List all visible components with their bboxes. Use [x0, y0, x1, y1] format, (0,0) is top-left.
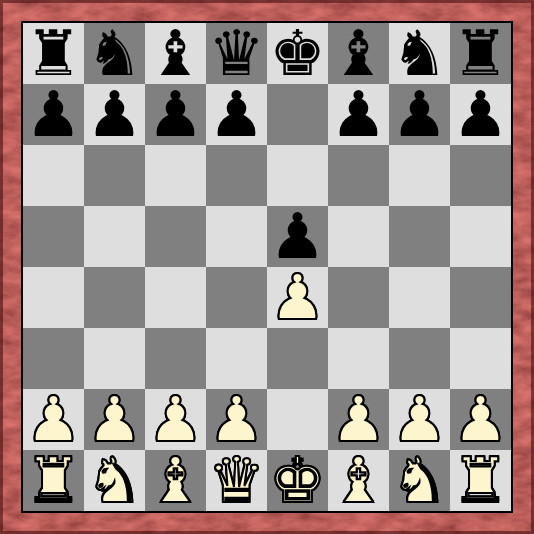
square-b4[interactable]: [84, 267, 145, 328]
square-a1[interactable]: ♜: [23, 450, 84, 511]
square-f1[interactable]: ♝: [328, 450, 389, 511]
piece-white-king[interactable]: ♚: [269, 450, 325, 511]
square-h3[interactable]: [450, 328, 511, 389]
piece-white-rook[interactable]: ♜: [25, 450, 81, 511]
square-a2[interactable]: ♟: [23, 389, 84, 450]
piece-black-knight[interactable]: ♞: [86, 23, 142, 84]
piece-black-pawn[interactable]: ♟: [330, 84, 386, 145]
piece-white-pawn[interactable]: ♟: [147, 389, 203, 450]
square-a3[interactable]: [23, 328, 84, 389]
piece-black-pawn[interactable]: ♟: [25, 84, 81, 145]
chess-window: ♜♞♝♛♚♝♞♜♟♟♟♟♟♟♟♟♟♟♟♟♟♟♟♟♜♞♝♛♚♝♞♜: [0, 0, 534, 534]
square-b5[interactable]: [84, 206, 145, 267]
square-f4[interactable]: [328, 267, 389, 328]
piece-black-rook[interactable]: ♜: [25, 23, 81, 84]
square-e2[interactable]: [267, 389, 328, 450]
piece-black-pawn[interactable]: ♟: [208, 84, 264, 145]
piece-white-rook[interactable]: ♜: [452, 450, 508, 511]
piece-white-knight[interactable]: ♞: [86, 450, 142, 511]
piece-white-pawn[interactable]: ♟: [208, 389, 264, 450]
piece-white-pawn[interactable]: ♟: [86, 389, 142, 450]
square-c6[interactable]: [145, 145, 206, 206]
square-b3[interactable]: [84, 328, 145, 389]
piece-black-pawn[interactable]: ♟: [391, 84, 447, 145]
square-b8[interactable]: ♞: [84, 23, 145, 84]
square-d2[interactable]: ♟: [206, 389, 267, 450]
square-d3[interactable]: [206, 328, 267, 389]
square-c8[interactable]: ♝: [145, 23, 206, 84]
square-g3[interactable]: [389, 328, 450, 389]
square-a7[interactable]: ♟: [23, 84, 84, 145]
square-h2[interactable]: ♟: [450, 389, 511, 450]
square-g2[interactable]: ♟: [389, 389, 450, 450]
square-h8[interactable]: ♜: [450, 23, 511, 84]
square-e5[interactable]: ♟: [267, 206, 328, 267]
piece-white-bishop[interactable]: ♝: [330, 450, 386, 511]
square-h7[interactable]: ♟: [450, 84, 511, 145]
piece-black-knight[interactable]: ♞: [391, 23, 447, 84]
square-h6[interactable]: [450, 145, 511, 206]
square-e1[interactable]: ♚: [267, 450, 328, 511]
chess-board: ♜♞♝♛♚♝♞♜♟♟♟♟♟♟♟♟♟♟♟♟♟♟♟♟♜♞♝♛♚♝♞♜: [21, 21, 513, 513]
square-g6[interactable]: [389, 145, 450, 206]
square-f3[interactable]: [328, 328, 389, 389]
piece-black-bishop[interactable]: ♝: [147, 23, 203, 84]
piece-white-bishop[interactable]: ♝: [147, 450, 203, 511]
piece-black-bishop[interactable]: ♝: [330, 23, 386, 84]
square-f2[interactable]: ♟: [328, 389, 389, 450]
square-h4[interactable]: [450, 267, 511, 328]
piece-white-queen[interactable]: ♛: [208, 450, 264, 511]
square-d5[interactable]: [206, 206, 267, 267]
piece-black-pawn[interactable]: ♟: [147, 84, 203, 145]
square-a4[interactable]: [23, 267, 84, 328]
square-e6[interactable]: [267, 145, 328, 206]
piece-white-pawn[interactable]: ♟: [25, 389, 81, 450]
piece-black-pawn[interactable]: ♟: [452, 84, 508, 145]
piece-white-knight[interactable]: ♞: [391, 450, 447, 511]
square-e3[interactable]: [267, 328, 328, 389]
piece-white-pawn[interactable]: ♟: [391, 389, 447, 450]
square-c3[interactable]: [145, 328, 206, 389]
square-b7[interactable]: ♟: [84, 84, 145, 145]
square-a8[interactable]: ♜: [23, 23, 84, 84]
square-h1[interactable]: ♜: [450, 450, 511, 511]
square-h5[interactable]: [450, 206, 511, 267]
square-c1[interactable]: ♝: [145, 450, 206, 511]
square-c5[interactable]: [145, 206, 206, 267]
piece-white-pawn[interactable]: ♟: [330, 389, 386, 450]
piece-black-queen[interactable]: ♛: [208, 23, 264, 84]
square-g8[interactable]: ♞: [389, 23, 450, 84]
square-f5[interactable]: [328, 206, 389, 267]
square-e7[interactable]: [267, 84, 328, 145]
square-g7[interactable]: ♟: [389, 84, 450, 145]
square-d7[interactable]: ♟: [206, 84, 267, 145]
square-e4[interactable]: ♟: [267, 267, 328, 328]
square-d4[interactable]: [206, 267, 267, 328]
piece-black-pawn[interactable]: ♟: [86, 84, 142, 145]
square-a5[interactable]: [23, 206, 84, 267]
square-g1[interactable]: ♞: [389, 450, 450, 511]
piece-black-king[interactable]: ♚: [269, 23, 325, 84]
square-b1[interactable]: ♞: [84, 450, 145, 511]
piece-black-pawn[interactable]: ♟: [269, 206, 325, 267]
square-a6[interactable]: [23, 145, 84, 206]
piece-white-pawn[interactable]: ♟: [452, 389, 508, 450]
piece-black-rook[interactable]: ♜: [452, 23, 508, 84]
square-b6[interactable]: [84, 145, 145, 206]
square-c7[interactable]: ♟: [145, 84, 206, 145]
square-g5[interactable]: [389, 206, 450, 267]
square-g4[interactable]: [389, 267, 450, 328]
square-f6[interactable]: [328, 145, 389, 206]
square-c2[interactable]: ♟: [145, 389, 206, 450]
square-c4[interactable]: [145, 267, 206, 328]
square-b2[interactable]: ♟: [84, 389, 145, 450]
square-f7[interactable]: ♟: [328, 84, 389, 145]
square-f8[interactable]: ♝: [328, 23, 389, 84]
square-d8[interactable]: ♛: [206, 23, 267, 84]
square-d6[interactable]: [206, 145, 267, 206]
square-d1[interactable]: ♛: [206, 450, 267, 511]
square-e8[interactable]: ♚: [267, 23, 328, 84]
piece-white-pawn[interactable]: ♟: [269, 267, 325, 328]
